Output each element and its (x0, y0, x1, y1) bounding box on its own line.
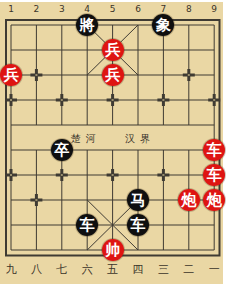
board-intersection[interactable] (0, 163, 24, 188)
board-intersections: 將象兵兵兵卒车车马炮炮车车帅 (0, 13, 227, 284)
board-intersection[interactable] (151, 113, 176, 138)
piece-black-chariot[interactable]: 车 (127, 214, 149, 236)
board-intersection[interactable] (151, 163, 176, 188)
xiangqi-board: 楚河 汉界 123456789 九八七六五四三二一 將象兵兵兵卒车车马炮炮车车帅 (0, 0, 230, 284)
board-intersection[interactable] (0, 238, 24, 263)
board-intersection[interactable] (151, 38, 176, 63)
board-intersection[interactable] (49, 263, 74, 284)
board-intersection[interactable] (176, 213, 201, 238)
board-intersection[interactable] (125, 13, 150, 38)
board-intersection[interactable] (125, 88, 150, 113)
board-intersection[interactable] (125, 138, 150, 163)
board-intersection[interactable] (176, 263, 201, 284)
piece-black-horse[interactable]: 马 (127, 189, 149, 211)
board-intersection[interactable] (49, 63, 74, 88)
board-intersection[interactable] (100, 138, 125, 163)
board-intersection[interactable] (201, 113, 226, 138)
board-intersection[interactable] (176, 138, 201, 163)
board-intersection[interactable] (100, 188, 125, 213)
board-intersection[interactable] (0, 13, 24, 38)
board-intersection[interactable] (24, 88, 49, 113)
board-intersection[interactable] (74, 138, 99, 163)
board-intersection[interactable] (0, 213, 24, 238)
board-intersection[interactable] (49, 38, 74, 63)
board-intersection[interactable] (49, 113, 74, 138)
piece-red-general[interactable]: 帅 (102, 239, 124, 261)
board-intersection[interactable] (176, 13, 201, 38)
piece-red-cannon[interactable]: 炮 (203, 189, 225, 211)
board-intersection[interactable] (151, 238, 176, 263)
board-intersection[interactable] (125, 63, 150, 88)
board-intersection[interactable] (74, 163, 99, 188)
board-intersection[interactable] (49, 88, 74, 113)
board-intersection[interactable] (49, 13, 74, 38)
board-intersection[interactable] (49, 163, 74, 188)
piece-red-soldier[interactable]: 兵 (102, 39, 124, 61)
board-intersection[interactable] (125, 163, 150, 188)
board-intersection[interactable] (24, 263, 49, 284)
piece-black-chariot[interactable]: 车 (76, 214, 98, 236)
board-intersection[interactable] (100, 13, 125, 38)
board-intersection[interactable] (176, 88, 201, 113)
board-intersection[interactable] (24, 188, 49, 213)
board-intersection[interactable] (24, 13, 49, 38)
board-intersection[interactable] (151, 188, 176, 213)
board-intersection[interactable] (49, 238, 74, 263)
board-intersection[interactable] (24, 113, 49, 138)
piece-black-elephant[interactable]: 象 (152, 14, 174, 36)
board-intersection[interactable] (201, 38, 226, 63)
board-intersection[interactable] (24, 213, 49, 238)
piece-red-chariot[interactable]: 车 (203, 164, 225, 186)
piece-red-chariot[interactable]: 车 (203, 139, 225, 161)
piece-black-soldier[interactable]: 卒 (51, 139, 73, 161)
board-intersection[interactable] (74, 88, 99, 113)
board-intersection[interactable] (125, 38, 150, 63)
board-intersection[interactable] (49, 188, 74, 213)
board-intersection[interactable] (24, 163, 49, 188)
board-intersection[interactable] (74, 238, 99, 263)
board-intersection[interactable] (24, 238, 49, 263)
board-intersection[interactable] (176, 63, 201, 88)
piece-black-general[interactable]: 將 (76, 14, 98, 36)
board-intersection[interactable] (0, 88, 24, 113)
board-intersection[interactable] (151, 263, 176, 284)
board-intersection[interactable] (0, 138, 24, 163)
board-intersection[interactable] (201, 63, 226, 88)
board-intersection[interactable] (151, 63, 176, 88)
board-intersection[interactable] (125, 263, 150, 284)
board-intersection[interactable] (176, 38, 201, 63)
board-intersection[interactable] (151, 213, 176, 238)
board-intersection[interactable] (201, 263, 226, 284)
board-intersection[interactable] (74, 38, 99, 63)
board-intersection[interactable] (0, 263, 24, 284)
board-intersection[interactable] (125, 238, 150, 263)
piece-red-soldier[interactable]: 兵 (102, 64, 124, 86)
board-intersection[interactable] (176, 163, 201, 188)
board-intersection[interactable] (100, 88, 125, 113)
board-intersection[interactable] (100, 263, 125, 284)
board-intersection[interactable] (74, 63, 99, 88)
board-intersection[interactable] (100, 213, 125, 238)
board-intersection[interactable] (201, 213, 226, 238)
board-intersection[interactable] (125, 113, 150, 138)
board-intersection[interactable] (74, 263, 99, 284)
piece-red-cannon[interactable]: 炮 (178, 189, 200, 211)
board-intersection[interactable] (24, 138, 49, 163)
board-intersection[interactable] (100, 113, 125, 138)
board-intersection[interactable] (0, 38, 24, 63)
board-intersection[interactable] (201, 88, 226, 113)
board-intersection[interactable] (100, 163, 125, 188)
board-intersection[interactable] (74, 188, 99, 213)
board-intersection[interactable] (74, 113, 99, 138)
board-intersection[interactable] (24, 38, 49, 63)
board-intersection[interactable] (0, 113, 24, 138)
board-intersection[interactable] (176, 238, 201, 263)
piece-red-soldier[interactable]: 兵 (0, 64, 22, 86)
board-intersection[interactable] (151, 138, 176, 163)
board-intersection[interactable] (0, 188, 24, 213)
board-intersection[interactable] (24, 63, 49, 88)
board-intersection[interactable] (201, 238, 226, 263)
board-intersection[interactable] (201, 13, 226, 38)
board-intersection[interactable] (176, 113, 201, 138)
board-intersection[interactable] (151, 88, 176, 113)
board-intersection[interactable] (49, 213, 74, 238)
